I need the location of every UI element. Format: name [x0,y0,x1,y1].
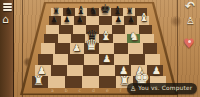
square-c6[interactable] [73,25,86,34]
square-e2[interactable] [99,65,115,77]
square-e1[interactable] [99,76,116,88]
menu-icon[interactable] [2,2,12,12]
square-f6[interactable] [112,25,125,34]
square-b4[interactable] [55,43,70,54]
square-a5[interactable] [44,34,58,44]
square-a6[interactable] [46,25,59,34]
status-pawn-icon: ♙ [130,85,136,93]
piece-white-pawn-e3[interactable]: ♟ [102,53,111,64]
square-d3[interactable] [84,54,99,65]
piece-black-pawn-f7[interactable]: ♟ [115,15,122,24]
square-d7[interactable] [86,16,99,25]
piece-white-knight-g5[interactable]: ♞ [129,30,139,43]
square-h6[interactable] [139,25,152,34]
piece-black-pawn-a7[interactable]: ♟ [51,15,58,24]
square-f4[interactable] [114,43,129,54]
square-c1[interactable] [65,76,82,88]
piece-white-bishop-h7[interactable]: ♝ [139,11,149,24]
undo-icon[interactable]: ↶ [185,0,195,13]
piece-white-pawn-h2[interactable]: ♟ [152,64,161,76]
file-label-f: f [120,88,122,94]
piece-toggle-icon[interactable]: ♙ [186,15,195,27]
piece-white-queen-d4[interactable]: ♛ [85,36,98,53]
piece-black-pawn-g7[interactable]: ♟ [128,15,135,24]
piece-black-pawn-b7[interactable]: ♟ [63,15,70,24]
square-h5[interactable] [140,34,154,44]
status-pill: ♙ You vs. Computer [127,83,197,94]
heart-highlight [188,40,191,43]
piece-white-bishop-e5[interactable]: ♝ [100,28,111,43]
piece-black-knight-d8[interactable]: ♞ [89,5,97,16]
square-h4[interactable] [143,43,158,54]
piece-black-rook-a8[interactable]: ♜ [52,6,60,16]
piece-black-pawn-c7[interactable]: ♟ [76,15,83,24]
file-label-d: d [92,88,95,94]
status-text: You vs. Computer [138,85,192,92]
square-b3[interactable] [53,54,68,65]
piece-black-rook-g8[interactable]: ♜ [126,6,134,16]
file-label-a: a [51,88,54,94]
square-e7[interactable] [99,16,112,25]
piece-white-pawn-c4[interactable]: ♟ [73,42,81,53]
square-f5[interactable] [113,34,127,44]
piece-black-king-e8[interactable]: ♚ [100,2,111,16]
file-label-b: b [65,88,68,94]
square-b6[interactable] [59,25,72,34]
square-b2[interactable] [51,65,67,77]
square-a4[interactable] [41,43,56,54]
heart-icon[interactable]: ♥ [183,37,195,51]
square-c3[interactable] [68,54,83,65]
square-b5[interactable] [58,34,72,44]
piece-white-rook-a1[interactable]: ♜ [33,73,44,88]
home-icon[interactable]: ⌂ [2,14,9,25]
chess-app-screen: ♜♞♝♞♚♝♜♟♟♟♟♟♝♛♝♞♟♛♟♟♟♟♟♜♜♚ abcdefgh ⌂ ↶ … [0,0,200,97]
piece-black-knight-b8[interactable]: ♞ [64,5,72,16]
file-label-c: c [79,88,81,94]
piece-black-bishop-c8[interactable]: ♝ [76,4,85,16]
square-b1[interactable] [48,76,65,88]
square-g4[interactable] [128,43,143,54]
piece-black-bishop-f8[interactable]: ♝ [113,4,122,16]
square-d1[interactable] [82,76,99,88]
square-c2[interactable] [67,65,83,77]
file-label-e: e [106,88,109,94]
square-e4[interactable] [99,43,114,54]
square-d2[interactable] [83,65,99,77]
